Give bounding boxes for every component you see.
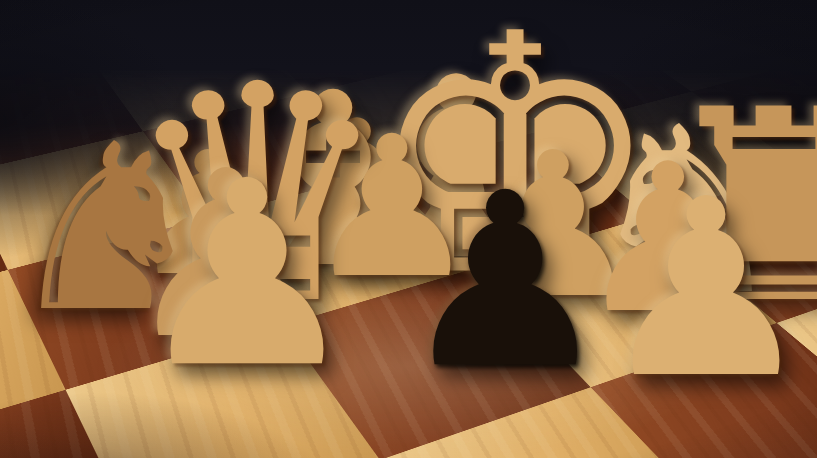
piece-black-pawn[interactable]: ♟ <box>397 161 612 401</box>
chess-photo-stage: ♟♝♝♚♟♟♞♟♛♜♞♟♟♟♟♟ <box>0 0 817 458</box>
pieces-layer: ♟♝♝♚♟♟♞♟♛♜♞♟♟♟♟♟ <box>0 0 817 458</box>
piece-white-pawn-front-left[interactable]: ♟ <box>133 147 362 402</box>
piece-white-pawn-right-front[interactable]: ♟ <box>596 167 816 412</box>
